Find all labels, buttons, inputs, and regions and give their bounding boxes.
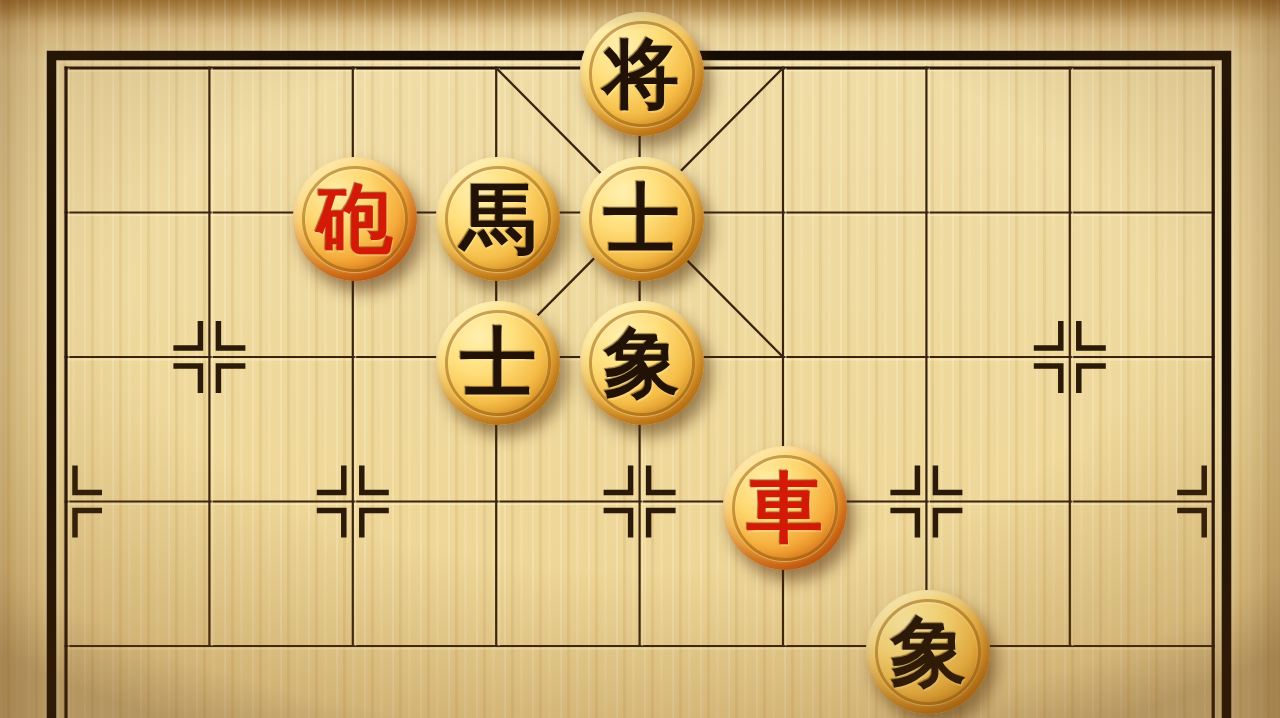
xiangqi-board[interactable]: 将砲馬士士象車象 [0, 0, 1280, 718]
piece-glyph: 士 [604, 181, 680, 257]
xiangqi-game-scene: 将砲馬士士象車象 [0, 0, 1280, 718]
piece-black-advisor-2[interactable]: 士 [436, 301, 560, 425]
piece-glyph: 象 [604, 325, 680, 401]
piece-black-advisor[interactable]: 士 [580, 157, 704, 281]
piece-black-elephant-2[interactable]: 象 [866, 590, 990, 714]
piece-glyph: 士 [460, 325, 536, 401]
piece-glyph: 将 [604, 36, 680, 112]
piece-black-general[interactable]: 将 [580, 12, 704, 136]
piece-glyph: 馬 [460, 181, 536, 257]
piece-glyph: 象 [890, 614, 966, 690]
piece-black-elephant[interactable]: 象 [580, 301, 704, 425]
piece-glyph: 砲 [317, 181, 393, 257]
piece-black-horse[interactable]: 馬 [436, 157, 560, 281]
piece-red-chariot[interactable]: 車 [723, 446, 847, 570]
piece-glyph: 車 [747, 470, 823, 546]
piece-red-cannon[interactable]: 砲 [293, 157, 417, 281]
